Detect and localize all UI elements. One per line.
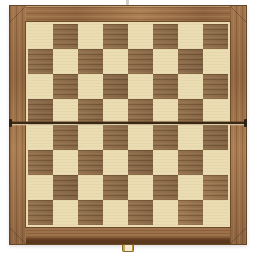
square-a8[interactable] (28, 24, 53, 49)
board-frame-bottom (10, 227, 246, 244)
square-a6[interactable] (28, 74, 53, 99)
square-a4[interactable] (28, 125, 53, 150)
square-f6[interactable] (153, 74, 178, 99)
square-a7[interactable] (28, 49, 53, 74)
square-f7[interactable] (153, 49, 178, 74)
square-e7[interactable] (128, 49, 153, 74)
brass-clasp (122, 244, 134, 252)
square-g8[interactable] (178, 24, 203, 49)
square-g2[interactable] (178, 175, 203, 200)
square-f2[interactable] (153, 175, 178, 200)
square-b1[interactable] (53, 200, 78, 225)
hinge-notch-left (9, 119, 12, 127)
square-h7[interactable] (203, 49, 228, 74)
hinge-notch-right (244, 119, 247, 127)
square-d8[interactable] (103, 24, 128, 49)
square-g3[interactable] (178, 150, 203, 175)
square-c3[interactable] (78, 150, 103, 175)
square-g7[interactable] (178, 49, 203, 74)
square-b2[interactable] (53, 175, 78, 200)
square-c2[interactable] (78, 175, 103, 200)
square-e1[interactable] (128, 200, 153, 225)
board-frame-top (10, 6, 246, 22)
square-f8[interactable] (153, 24, 178, 49)
square-c4[interactable] (78, 125, 103, 150)
square-e2[interactable] (128, 175, 153, 200)
square-g1[interactable] (178, 200, 203, 225)
chess-board (9, 5, 247, 245)
square-d2[interactable] (103, 175, 128, 200)
hinge-tab (126, 0, 129, 5)
square-g4[interactable] (178, 125, 203, 150)
square-c1[interactable] (78, 200, 103, 225)
square-b6[interactable] (53, 74, 78, 99)
square-a1[interactable] (28, 200, 53, 225)
square-h1[interactable] (203, 200, 228, 225)
square-b7[interactable] (53, 49, 78, 74)
photo-background: { "meta": { "description": "Overhead pro… (0, 0, 256, 256)
square-d3[interactable] (103, 150, 128, 175)
square-a2[interactable] (28, 175, 53, 200)
square-h8[interactable] (203, 24, 228, 49)
square-c7[interactable] (78, 49, 103, 74)
square-e3[interactable] (128, 150, 153, 175)
square-f3[interactable] (153, 150, 178, 175)
square-b8[interactable] (53, 24, 78, 49)
square-g6[interactable] (178, 74, 203, 99)
square-h4[interactable] (203, 125, 228, 150)
square-d7[interactable] (103, 49, 128, 74)
square-h3[interactable] (203, 150, 228, 175)
square-d4[interactable] (103, 125, 128, 150)
square-e4[interactable] (128, 125, 153, 150)
fold-seam (9, 121, 247, 126)
square-f1[interactable] (153, 200, 178, 225)
square-b4[interactable] (53, 125, 78, 150)
square-c6[interactable] (78, 74, 103, 99)
square-c8[interactable] (78, 24, 103, 49)
square-a3[interactable] (28, 150, 53, 175)
square-e8[interactable] (128, 24, 153, 49)
square-d1[interactable] (103, 200, 128, 225)
square-b3[interactable] (53, 150, 78, 175)
square-h2[interactable] (203, 175, 228, 200)
square-d6[interactable] (103, 74, 128, 99)
square-e6[interactable] (128, 74, 153, 99)
square-f4[interactable] (153, 125, 178, 150)
square-h6[interactable] (203, 74, 228, 99)
